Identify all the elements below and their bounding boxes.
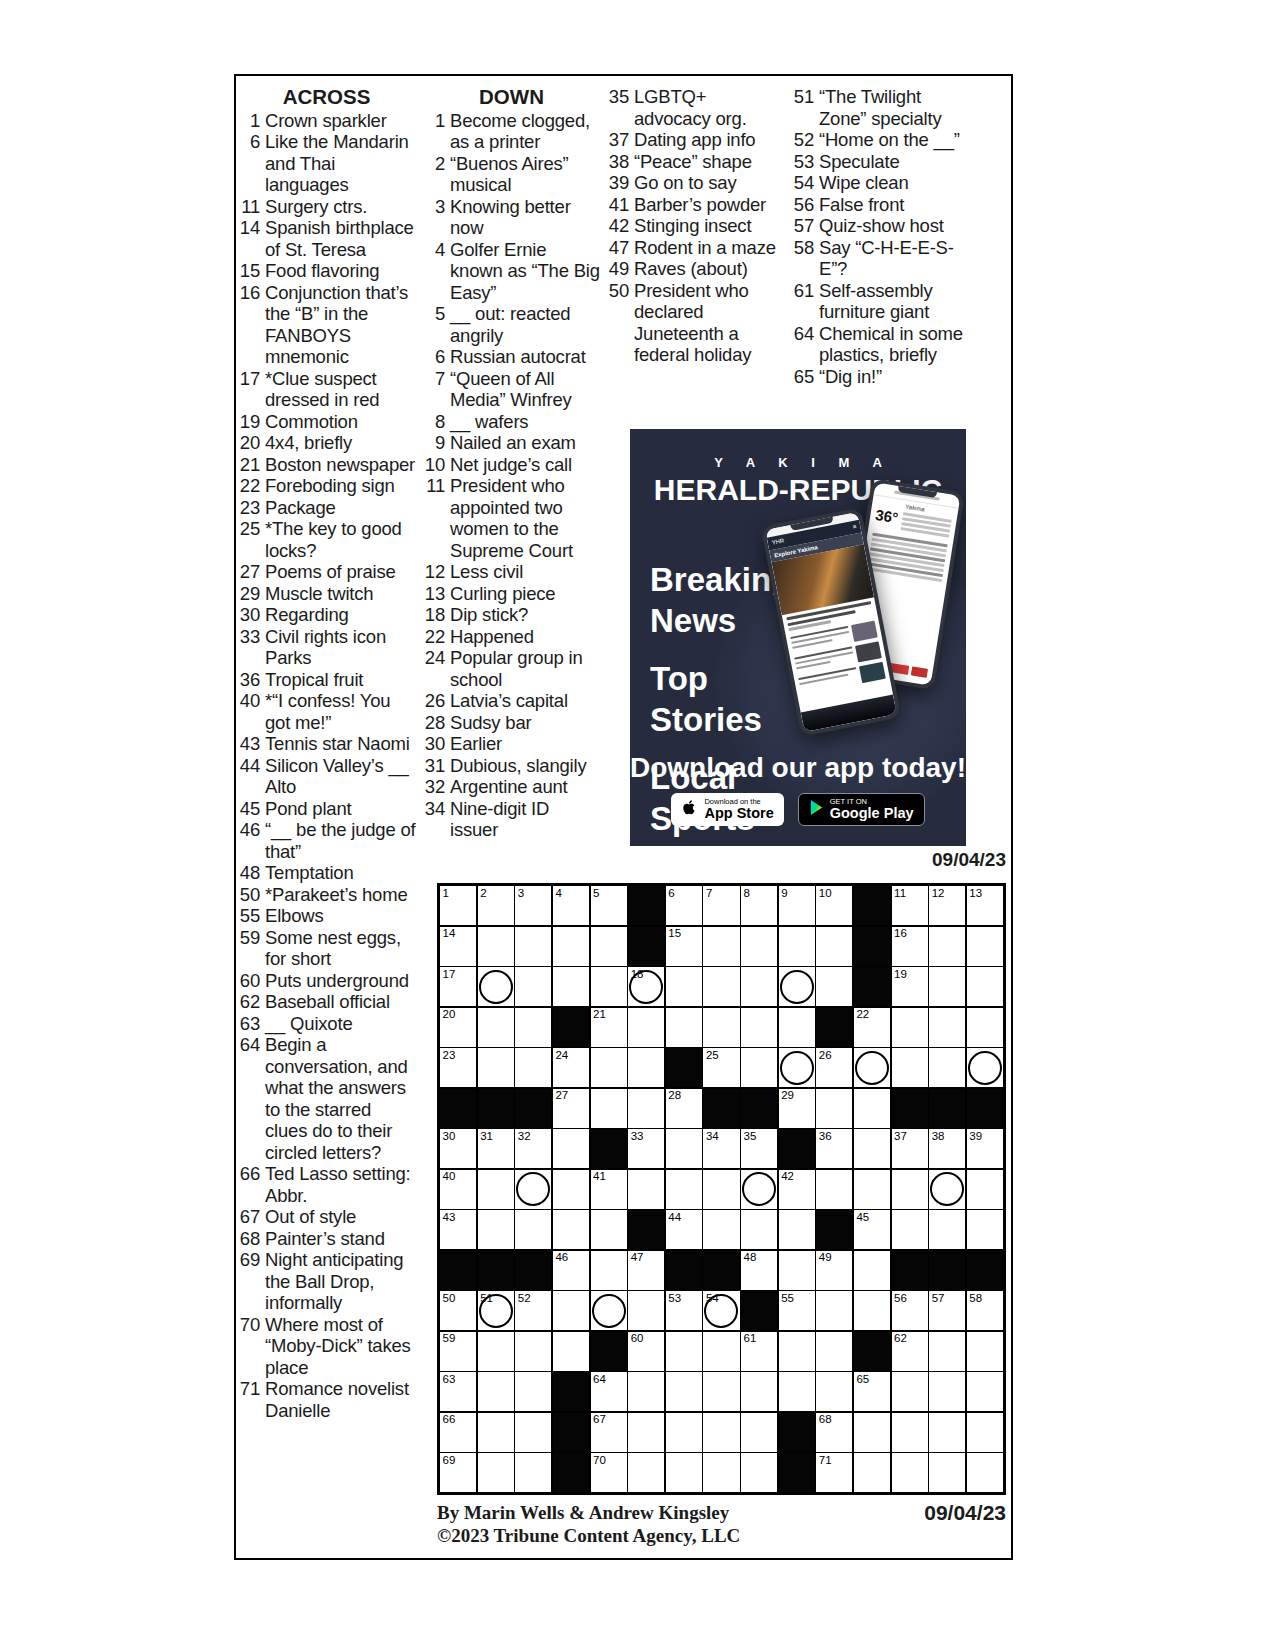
clue-number: 71: [236, 1378, 260, 1421]
clue-down-5: 5__ out: reacted angrily: [421, 303, 602, 346]
clue-across-11: 11Surgery ctrs.: [236, 196, 417, 218]
grid-cell-r14c1[interactable]: 66: [440, 1413, 476, 1452]
app-store-badge[interactable]: Download on the App Store: [671, 793, 783, 826]
grid-cell-r8c12[interactable]: [854, 1170, 890, 1209]
grid-cell-r9c14[interactable]: [929, 1210, 965, 1249]
grid-cell-r15c6[interactable]: [628, 1453, 664, 1492]
grid-cell-r7c14[interactable]: 38: [929, 1129, 965, 1168]
grid-cell-r1c14[interactable]: 12: [929, 886, 965, 925]
clue-down-3: 3Knowing better now: [421, 196, 602, 239]
grid-cell-r12c8[interactable]: [703, 1332, 739, 1371]
grid-cell-r3c5[interactable]: [591, 967, 627, 1006]
grid-cell-r11c3[interactable]: 52: [515, 1291, 551, 1330]
grid-cell-r12c5-black: [591, 1332, 627, 1371]
grid-cell-r1c4[interactable]: 4: [553, 886, 589, 925]
clue-text: Rodent in a maze: [634, 237, 786, 259]
clue-across-44: 44Silicon Valley’s __ Alto: [236, 755, 417, 798]
grid-cell-r13c15[interactable]: [967, 1372, 1003, 1411]
grid-cell-r9c1[interactable]: 43: [440, 1210, 476, 1249]
grid-cell-r4c15[interactable]: [967, 1008, 1003, 1047]
grid-cell-r14c11[interactable]: 68: [816, 1413, 852, 1452]
grid-cell-r14c8[interactable]: [703, 1413, 739, 1452]
cell-number: 11: [894, 887, 906, 900]
clue-text: Speculate: [819, 151, 971, 173]
grid-cell-r9c7[interactable]: 44: [666, 1210, 702, 1249]
grid-cell-r9c10[interactable]: [779, 1210, 815, 1249]
grid-cell-r9c9[interactable]: [741, 1210, 777, 1249]
grid-cell-r6c4[interactable]: 27: [553, 1089, 589, 1128]
grid-cell-r12c9[interactable]: 61: [741, 1332, 777, 1371]
ad-kicker: Y A K I M A: [630, 455, 966, 470]
grid-cell-r15c1[interactable]: 69: [440, 1453, 476, 1492]
clue-across-66: 66Ted Lasso setting: Abbr.: [236, 1163, 417, 1206]
grid-cell-r10c9[interactable]: 48: [741, 1251, 777, 1290]
grid-cell-r3c13[interactable]: 19: [892, 967, 928, 1006]
grid-cell-r4c5[interactable]: 21: [591, 1008, 627, 1047]
grid-cell-r12c6[interactable]: 60: [628, 1332, 664, 1371]
cell-number: 36: [819, 1130, 832, 1143]
grid-cell-r15c15[interactable]: [967, 1453, 1003, 1492]
grid-cell-r15c8[interactable]: [703, 1453, 739, 1492]
clue-text: Foreboding sign: [265, 475, 417, 497]
grid-cell-r8c7[interactable]: [666, 1170, 702, 1209]
circle-marker: [479, 1294, 513, 1328]
grid-cell-r5c10[interactable]: [779, 1048, 815, 1087]
grid-cell-r4c10[interactable]: [779, 1008, 815, 1047]
grid-cell-r15c2[interactable]: [478, 1453, 514, 1492]
grid-cell-r9c5[interactable]: [591, 1210, 627, 1249]
clue-text: __ wafers: [450, 411, 602, 433]
cell-number: 68: [819, 1413, 832, 1426]
clue-down-7: 7“Queen of All Media” Winfrey: [421, 368, 602, 411]
grid-cell-r9c6-black: [628, 1210, 664, 1249]
grid-cell-r11c4[interactable]: [553, 1291, 589, 1330]
clue-down-39: 39Go on to say: [605, 172, 790, 194]
grid-cell-r14c15[interactable]: [967, 1413, 1003, 1452]
grid-cell-r6c12[interactable]: [854, 1089, 890, 1128]
clue-number: 1: [236, 110, 260, 132]
grid-cell-r11c10[interactable]: 55: [779, 1291, 815, 1330]
cell-number: 61: [744, 1332, 757, 1345]
grid-cell-r8c2[interactable]: [478, 1170, 514, 1209]
grid-cell-r12c4[interactable]: [553, 1332, 589, 1371]
clue-text: Argentine aunt: [450, 776, 602, 798]
grid-cell-r13c10[interactable]: [779, 1372, 815, 1411]
grid-cell-r15c14[interactable]: [929, 1453, 965, 1492]
grid-cell-r1c5[interactable]: 5: [591, 886, 627, 925]
grid-cell-r9c3[interactable]: [515, 1210, 551, 1249]
grid-cell-r4c6[interactable]: [628, 1008, 664, 1047]
grid-cell-r11c7[interactable]: 53: [666, 1291, 702, 1330]
grid-cell-r13c3[interactable]: [515, 1372, 551, 1411]
clue-across-46: 46“__ be the judge of that”: [236, 819, 417, 862]
grid-cell-r3c3[interactable]: [515, 967, 551, 1006]
grid-cell-r14c5[interactable]: 67: [591, 1413, 627, 1452]
clue-text: “Queen of All Media” Winfrey: [450, 368, 602, 411]
grid-cell-r12c14[interactable]: [929, 1332, 965, 1371]
grid-cell-r2c9[interactable]: [741, 927, 777, 966]
circle-marker: [780, 1051, 814, 1085]
grid-cell-r10c6[interactable]: 47: [628, 1251, 664, 1290]
grid-cell-r14c3[interactable]: [515, 1413, 551, 1452]
grid-cell-r1c13[interactable]: 11: [892, 886, 928, 925]
grid-cell-r8c13[interactable]: [892, 1170, 928, 1209]
clue-text: Civil rights icon Parks: [265, 626, 417, 669]
story-thumbnail: [859, 661, 886, 682]
grid-cell-r1c1[interactable]: 1: [440, 886, 476, 925]
grid-cell-r4c8[interactable]: [703, 1008, 739, 1047]
grid-cell-r2c13[interactable]: 16: [892, 927, 928, 966]
grid-cell-r7c8[interactable]: 34: [703, 1129, 739, 1168]
clue-number: 53: [790, 151, 814, 173]
grid-cell-r2c8[interactable]: [703, 927, 739, 966]
clue-number: 36: [236, 669, 260, 691]
grid-cell-r13c5[interactable]: 64: [591, 1372, 627, 1411]
grid-cell-r2c7[interactable]: 15: [666, 927, 702, 966]
grid-cell-r5c13[interactable]: [892, 1048, 928, 1087]
grid-cell-r8c9[interactable]: [741, 1170, 777, 1209]
clue-text: Package: [265, 497, 417, 519]
grid-cell-r7c13[interactable]: 37: [892, 1129, 928, 1168]
grid-cell-r7c1[interactable]: 30: [440, 1129, 476, 1168]
cell-number: 12: [932, 887, 945, 900]
cell-number: 57: [932, 1292, 945, 1305]
grid-cell-r3c10[interactable]: [779, 967, 815, 1006]
grid-cell-r3c2[interactable]: [478, 967, 514, 1006]
grid-cell-r5c4[interactable]: 24: [553, 1048, 589, 1087]
grid-cell-r12c15[interactable]: [967, 1332, 1003, 1371]
grid-cell-r6c6[interactable]: [628, 1089, 664, 1128]
cell-number: 13: [969, 887, 982, 900]
clue-number: 3: [421, 196, 445, 239]
grid-cell-r2c10[interactable]: [779, 927, 815, 966]
grid-cell-r10c14-black: [929, 1251, 965, 1290]
grid-cell-r13c12[interactable]: 65: [854, 1372, 890, 1411]
clue-down-13: 13Curling piece: [421, 583, 602, 605]
grid-cell-r4c2[interactable]: [478, 1008, 514, 1047]
grid-cell-r12c11[interactable]: [816, 1332, 852, 1371]
grid-cell-r3c7[interactable]: [666, 967, 702, 1006]
cell-number: 19: [894, 968, 907, 981]
grid-cell-r12c1[interactable]: 59: [440, 1332, 476, 1371]
menu-icon: ≡: [852, 521, 858, 534]
grid-cell-r8c11[interactable]: [816, 1170, 852, 1209]
grid-cell-r15c11[interactable]: 71: [816, 1453, 852, 1492]
grid-cell-r6c11[interactable]: [816, 1089, 852, 1128]
clue-number: 62: [236, 991, 260, 1013]
clue-number: 70: [236, 1314, 260, 1379]
cell-number: 58: [969, 1292, 982, 1305]
grid-cell-r11c15[interactable]: 58: [967, 1291, 1003, 1330]
clue-down-65: 65“Dig in!”: [790, 366, 975, 388]
grid-cell-r11c6[interactable]: [628, 1291, 664, 1330]
clue-text: Baseball official: [265, 991, 417, 1013]
clue-number: 9: [421, 432, 445, 454]
clue-across-29: 29Muscle twitch: [236, 583, 417, 605]
grid-cell-r4c11-black: [816, 1008, 852, 1047]
grid-cell-r3c14[interactable]: [929, 967, 965, 1006]
cell-number: 47: [631, 1251, 644, 1264]
grid-cell-r11c11[interactable]: [816, 1291, 852, 1330]
clue-text: Where most of “Moby-Dick” takes place: [265, 1314, 417, 1379]
grid-cell-r4c3[interactable]: [515, 1008, 551, 1047]
grid-cell-r12c10[interactable]: [779, 1332, 815, 1371]
clue-across-27: 27Poems of praise: [236, 561, 417, 583]
grid-cell-r9c2[interactable]: [478, 1210, 514, 1249]
grid-cell-r7c5-black: [591, 1129, 627, 1168]
clue-across-15: 15Food flavoring: [236, 260, 417, 282]
clue-across-50: 50*Parakeet’s home: [236, 884, 417, 906]
grid-cell-r3c4[interactable]: [553, 967, 589, 1006]
clue-down-58: 58Say “C-H-E-E-S-E”?: [790, 237, 975, 280]
grid-cell-r12c7[interactable]: [666, 1332, 702, 1371]
clue-number: 44: [236, 755, 260, 798]
grid-cell-r5c8[interactable]: 25: [703, 1048, 739, 1087]
grid-cell-r15c7[interactable]: [666, 1453, 702, 1492]
grid-cell-r4c13[interactable]: [892, 1008, 928, 1047]
grid-cell-r9c13[interactable]: [892, 1210, 928, 1249]
clue-across-22: 22Foreboding sign: [236, 475, 417, 497]
grid-cell-r5c11[interactable]: 26: [816, 1048, 852, 1087]
grid-cell-r14c14[interactable]: [929, 1413, 965, 1452]
grid-cell-r14c9[interactable]: [741, 1413, 777, 1452]
clue-text: Knowing better now: [450, 196, 602, 239]
grid-cell-r1c7[interactable]: 6: [666, 886, 702, 925]
cell-number: 8: [744, 887, 750, 900]
grid-cell-r11c12[interactable]: [854, 1291, 890, 1330]
grid-cell-r8c10[interactable]: 42: [779, 1170, 815, 1209]
cell-number: 30: [443, 1130, 456, 1143]
grid-cell-r10c10[interactable]: [779, 1251, 815, 1290]
grid-cell-r5c7-black: [666, 1048, 702, 1087]
clue-number: 5: [421, 303, 445, 346]
grid-cell-r3c15[interactable]: [967, 967, 1003, 1006]
cell-number: 64: [593, 1373, 606, 1386]
cell-number: 39: [969, 1130, 982, 1143]
grid-cell-r15c9[interactable]: [741, 1453, 777, 1492]
story-thumbnail: [855, 641, 882, 662]
grid-cell-r3c11[interactable]: [816, 967, 852, 1006]
grid-cell-r7c9[interactable]: 35: [741, 1129, 777, 1168]
grid-cell-r10c15-black: [967, 1251, 1003, 1290]
grid-cell-r14c12[interactable]: [854, 1413, 890, 1452]
grid-cell-r5c15[interactable]: [967, 1048, 1003, 1087]
grid-cell-r6c14-black: [929, 1089, 965, 1128]
grid-cell-r14c7[interactable]: [666, 1413, 702, 1452]
grid-cell-r2c11[interactable]: [816, 927, 852, 966]
clue-number: 61: [790, 280, 814, 323]
grid-cell-r13c14[interactable]: [929, 1372, 965, 1411]
grid-cell-r8c4[interactable]: [553, 1170, 589, 1209]
grid-cell-r13c11[interactable]: [816, 1372, 852, 1411]
grid-cell-r2c14[interactable]: [929, 927, 965, 966]
grid-cell-r8c3[interactable]: [515, 1170, 551, 1209]
grid-cell-r14c6[interactable]: [628, 1413, 664, 1452]
grid-cell-r13c9[interactable]: [741, 1372, 777, 1411]
grid-cell-r8c1[interactable]: 40: [440, 1170, 476, 1209]
clue-text: “Peace” shape: [634, 151, 786, 173]
grid-cell-r12c12-black: [854, 1332, 890, 1371]
clue-text: Like the Mandarin and Thai languages: [265, 131, 417, 196]
cell-number: 65: [856, 1373, 869, 1386]
grid-cell-r6c7[interactable]: 28: [666, 1089, 702, 1128]
clue-text: Happened: [450, 626, 602, 648]
grid-cell-r6c1-black: [440, 1089, 476, 1128]
cell-number: 53: [668, 1292, 681, 1305]
grid-cell-r12c13[interactable]: 62: [892, 1332, 928, 1371]
grid-cell-r13c2[interactable]: [478, 1372, 514, 1411]
cell-number: 33: [631, 1130, 644, 1143]
grid-cell-r15c5[interactable]: 70: [591, 1453, 627, 1492]
grid-cell-r2c15[interactable]: [967, 927, 1003, 966]
grid-cell-r6c10[interactable]: 29: [779, 1089, 815, 1128]
grid-cell-r7c4[interactable]: [553, 1129, 589, 1168]
clue-text: Nine-digit ID issuer: [450, 798, 602, 841]
grid-cell-r10c12[interactable]: [854, 1251, 890, 1290]
grid-cell-r15c13[interactable]: [892, 1453, 928, 1492]
grid-cell-r7c15[interactable]: 39: [967, 1129, 1003, 1168]
grid-cell-r13c7[interactable]: [666, 1372, 702, 1411]
cell-number: 37: [894, 1130, 907, 1143]
grid-cell-r13c8[interactable]: [703, 1372, 739, 1411]
grid-cell-r4c4-black: [553, 1008, 589, 1047]
grid-cell-r3c9[interactable]: [741, 967, 777, 1006]
clue-text: Painter’s stand: [265, 1228, 417, 1250]
grid-cell-r9c12[interactable]: 45: [854, 1210, 890, 1249]
grid-cell-r4c9[interactable]: [741, 1008, 777, 1047]
grid-cell-r6c5[interactable]: [591, 1089, 627, 1128]
grid-cell-r1c3[interactable]: 3: [515, 886, 551, 925]
clue-number: 68: [236, 1228, 260, 1250]
grid-cell-r9c8[interactable]: [703, 1210, 739, 1249]
grid-cell-r2c2[interactable]: [478, 927, 514, 966]
grid-cell-r14c2[interactable]: [478, 1413, 514, 1452]
grid-cell-r1c10[interactable]: 9: [779, 886, 815, 925]
grid-cell-r7c2[interactable]: 31: [478, 1129, 514, 1168]
google-play-badge[interactable]: GET IT ON Google Play: [798, 793, 925, 826]
clue-across-55: 55Elbows: [236, 905, 417, 927]
grid-cell-r5c6[interactable]: [628, 1048, 664, 1087]
grid-cell-r15c3[interactable]: [515, 1453, 551, 1492]
grid-cell-r5c3[interactable]: [515, 1048, 551, 1087]
grid-cell-r7c6[interactable]: 33: [628, 1129, 664, 1168]
grid-cell-r1c2[interactable]: 2: [478, 886, 514, 925]
grid-cell-r7c7[interactable]: [666, 1129, 702, 1168]
grid-cell-r4c14[interactable]: [929, 1008, 965, 1047]
grid-cell-r11c8[interactable]: 54: [703, 1291, 739, 1330]
grid-cell-r15c12[interactable]: [854, 1453, 890, 1492]
grid-cell-r3c8[interactable]: [703, 967, 739, 1006]
grid-cell-r5c2[interactable]: [478, 1048, 514, 1087]
grid-cell-r2c3[interactable]: [515, 927, 551, 966]
clue-text: __ Quixote: [265, 1013, 417, 1035]
grid-cell-r14c4-black: [553, 1413, 589, 1452]
grid-cell-r9c15[interactable]: [967, 1210, 1003, 1249]
clue-number: 27: [236, 561, 260, 583]
cell-number: 7: [706, 887, 712, 900]
grid-cell-r1c9[interactable]: 8: [741, 886, 777, 925]
clue-text: Puts underground: [265, 970, 417, 992]
grid-cell-r2c4[interactable]: [553, 927, 589, 966]
cell-number: 40: [443, 1170, 456, 1183]
grid-cell-r11c2[interactable]: 51: [478, 1291, 514, 1330]
grid-cell-r5c12[interactable]: [854, 1048, 890, 1087]
cell-number: 2: [480, 887, 486, 900]
grid-cell-r8c6[interactable]: [628, 1170, 664, 1209]
grid-cell-r5c9[interactable]: [741, 1048, 777, 1087]
grid-cell-r4c7[interactable]: [666, 1008, 702, 1047]
grid-cell-r8c5[interactable]: 41: [591, 1170, 627, 1209]
grid-cell-r4c1[interactable]: 20: [440, 1008, 476, 1047]
grid-cell-r1c8[interactable]: 7: [703, 886, 739, 925]
down-clue-column-3: 51“The Twilight Zone” specialty52“Home o…: [790, 86, 975, 387]
grid-cell-r8c14[interactable]: [929, 1170, 965, 1209]
grid-cell-r7c3[interactable]: 32: [515, 1129, 551, 1168]
grid-cell-r8c8[interactable]: [703, 1170, 739, 1209]
grid-cell-r13c6[interactable]: [628, 1372, 664, 1411]
clue-text: Dip stick?: [450, 604, 602, 626]
grid-cell-r11c1[interactable]: 50: [440, 1291, 476, 1330]
clue-number: 67: [236, 1206, 260, 1228]
grid-cell-r5c5[interactable]: [591, 1048, 627, 1087]
circle-marker: [592, 1294, 626, 1328]
grid-cell-r10c4[interactable]: 46: [553, 1251, 589, 1290]
grid-cell-r2c1[interactable]: 14: [440, 927, 476, 966]
grid-cell-r5c14[interactable]: [929, 1048, 965, 1087]
grid-cell-r11c14[interactable]: 57: [929, 1291, 965, 1330]
clue-number: 19: [236, 411, 260, 433]
grid-cell-r5c1[interactable]: 23: [440, 1048, 476, 1087]
clue-text: Curling piece: [450, 583, 602, 605]
grid-cell-r2c5[interactable]: [591, 927, 627, 966]
clue-across-25: 25*The key to good locks?: [236, 518, 417, 561]
cell-number: 10: [819, 887, 832, 900]
clue-text: Temptation: [265, 862, 417, 884]
cell-number: 16: [894, 927, 907, 940]
grid-cell-r1c11[interactable]: 10: [816, 886, 852, 925]
grid-cell-r7c11[interactable]: 36: [816, 1129, 852, 1168]
clue-number: 43: [236, 733, 260, 755]
clue-text: Go on to say: [634, 172, 786, 194]
cell-number: 6: [668, 887, 674, 900]
grid-cell-r10c11[interactable]: 49: [816, 1251, 852, 1290]
clue-text: Nailed an exam: [450, 432, 602, 454]
grid-cell-r7c12[interactable]: [854, 1129, 890, 1168]
grid-cell-r14c13[interactable]: [892, 1413, 928, 1452]
grid-cell-r12c2[interactable]: [478, 1332, 514, 1371]
grid-cell-r13c1[interactable]: 63: [440, 1372, 476, 1411]
grid-cell-r13c13[interactable]: [892, 1372, 928, 1411]
grid-cell-r9c4[interactable]: [553, 1210, 589, 1249]
grid-cell-r11c5[interactable]: [591, 1291, 627, 1330]
grid-cell-r10c5[interactable]: [591, 1251, 627, 1290]
clue-number: 42: [605, 215, 629, 237]
clue-down-28: 28Sudsy bar: [421, 712, 602, 734]
grid-cell-r11c13[interactable]: 56: [892, 1291, 928, 1330]
grid-cell-r12c3[interactable]: [515, 1332, 551, 1371]
clue-text: Elbows: [265, 905, 417, 927]
grid-cell-r4c12[interactable]: 22: [854, 1008, 890, 1047]
grid-cell-r8c15[interactable]: [967, 1170, 1003, 1209]
clue-down-61: 61Self-assembly furniture giant: [790, 280, 975, 323]
grid-cell-r6c2-black: [478, 1089, 514, 1128]
grid-cell-r3c1[interactable]: 17: [440, 967, 476, 1006]
grid-cell-r3c6[interactable]: 18: [628, 967, 664, 1006]
grid-cell-r10c8-black: [703, 1251, 739, 1290]
grid-cell-r1c15[interactable]: 13: [967, 886, 1003, 925]
clue-down-57: 57Quiz-show host: [790, 215, 975, 237]
cell-number: 50: [443, 1292, 456, 1305]
